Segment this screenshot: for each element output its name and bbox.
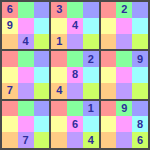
cell-r6c5[interactable]: 1 [83,101,99,117]
cell-r5c5[interactable] [83,83,99,99]
cell-r6c4[interactable] [67,101,83,117]
given-digit: 6 [72,119,78,130]
cell-r0c7[interactable]: 2 [116,2,132,18]
cell-r8c6[interactable] [101,132,117,148]
cell-r8c3[interactable] [51,132,67,148]
cell-r6c3[interactable] [51,101,67,117]
box-r2c2: 986 [101,101,148,148]
cell-r5c4[interactable] [67,83,83,99]
cell-r3c0[interactable] [2,51,18,67]
given-digit: 9 [7,20,13,31]
given-digit: 8 [72,69,78,80]
cell-r1c8[interactable] [132,18,148,34]
given-digit: 1 [56,36,62,47]
cell-r6c1[interactable] [18,101,34,117]
cell-r7c8[interactable]: 8 [132,116,148,132]
cell-r0c1[interactable] [18,2,34,18]
cell-r5c2[interactable] [34,83,50,99]
cell-r8c1[interactable]: 7 [18,132,34,148]
cell-r7c5[interactable] [83,116,99,132]
given-digit: 4 [56,85,62,96]
box-r1c2: 9 [101,51,148,98]
cell-r3c1[interactable] [18,51,34,67]
cell-r8c5[interactable]: 4 [83,132,99,148]
cell-r3c2[interactable] [34,51,50,67]
cell-r0c3[interactable]: 3 [51,2,67,18]
given-digit: 2 [121,4,127,15]
cell-r0c4[interactable] [67,2,83,18]
cell-r2c1[interactable]: 4 [18,34,34,50]
cell-r3c6[interactable] [101,51,117,67]
cell-r2c8[interactable] [132,34,148,50]
cell-r2c2[interactable] [34,34,50,50]
cell-r0c0[interactable]: 6 [2,2,18,18]
cell-r4c8[interactable] [132,67,148,83]
given-digit: 8 [137,119,143,130]
cell-r4c2[interactable] [34,67,50,83]
cell-r4c1[interactable] [18,67,34,83]
cell-r8c4[interactable] [67,132,83,148]
cell-r1c0[interactable]: 9 [2,18,18,34]
cell-r7c1[interactable] [18,116,34,132]
box-r1c1: 284 [51,51,98,98]
cell-r6c2[interactable] [34,101,50,117]
cell-r3c3[interactable] [51,51,67,67]
cell-r0c6[interactable] [101,2,117,18]
cell-r4c5[interactable] [83,67,99,83]
cell-r4c7[interactable] [116,67,132,83]
cell-r3c5[interactable]: 2 [83,51,99,67]
cell-r2c6[interactable] [101,34,117,50]
cell-r3c7[interactable] [116,51,132,67]
cell-r6c8[interactable] [132,101,148,117]
cell-r8c8[interactable]: 6 [132,132,148,148]
given-digit: 9 [121,103,127,114]
cell-r7c0[interactable] [2,116,18,132]
given-digit: 4 [88,135,94,146]
cell-r1c5[interactable] [83,18,99,34]
cell-r0c5[interactable] [83,2,99,18]
cell-r7c2[interactable] [34,116,50,132]
cell-r7c4[interactable]: 6 [67,116,83,132]
cell-r1c3[interactable] [51,18,67,34]
cell-r4c0[interactable] [2,67,18,83]
box-r2c0: 7 [2,101,49,148]
box-r0c2: 2 [101,2,148,49]
cell-r1c7[interactable] [116,18,132,34]
cell-r7c7[interactable] [116,116,132,132]
given-digit: 4 [72,20,78,31]
given-digit: 9 [137,54,143,65]
cell-r6c7[interactable]: 9 [116,101,132,117]
cell-r2c4[interactable] [67,34,83,50]
cell-r1c4[interactable]: 4 [67,18,83,34]
cell-r5c7[interactable] [116,83,132,99]
cell-r1c6[interactable] [101,18,117,34]
cell-r4c4[interactable]: 8 [67,67,83,83]
given-digit: 6 [137,135,143,146]
box-r0c0: 694 [2,2,49,49]
cell-r2c0[interactable] [2,34,18,50]
sudoku-board: 6943412728497164986 [0,0,150,150]
cell-r5c0[interactable]: 7 [2,83,18,99]
cell-r0c2[interactable] [34,2,50,18]
given-digit: 6 [7,4,13,15]
cell-r2c7[interactable] [116,34,132,50]
given-digit: 2 [88,54,94,65]
given-digit: 3 [56,4,62,15]
cell-r7c3[interactable] [51,116,67,132]
cell-r4c6[interactable] [101,67,117,83]
cell-r7c6[interactable] [101,116,117,132]
cell-r8c0[interactable] [2,132,18,148]
given-digit: 7 [23,135,29,146]
cell-r3c8[interactable]: 9 [132,51,148,67]
cell-r5c6[interactable] [101,83,117,99]
cell-r3c4[interactable] [67,51,83,67]
box-r2c1: 164 [51,101,98,148]
cell-r8c2[interactable] [34,132,50,148]
box-r1c0: 7 [2,51,49,98]
cell-r5c8[interactable] [132,83,148,99]
cell-r2c5[interactable] [83,34,99,50]
cell-r0c8[interactable] [132,2,148,18]
cell-r8c7[interactable] [116,132,132,148]
cell-r1c2[interactable] [34,18,50,34]
cell-r6c0[interactable] [2,101,18,117]
cell-r2c3[interactable]: 1 [51,34,67,50]
given-digit: 4 [23,36,29,47]
cell-r1c1[interactable] [18,18,34,34]
given-digit: 1 [88,103,94,114]
cell-r5c3[interactable]: 4 [51,83,67,99]
given-digit: 7 [7,85,13,96]
cell-r4c3[interactable] [51,67,67,83]
box-r0c1: 341 [51,2,98,49]
cell-r5c1[interactable] [18,83,34,99]
cell-r6c6[interactable] [101,101,117,117]
